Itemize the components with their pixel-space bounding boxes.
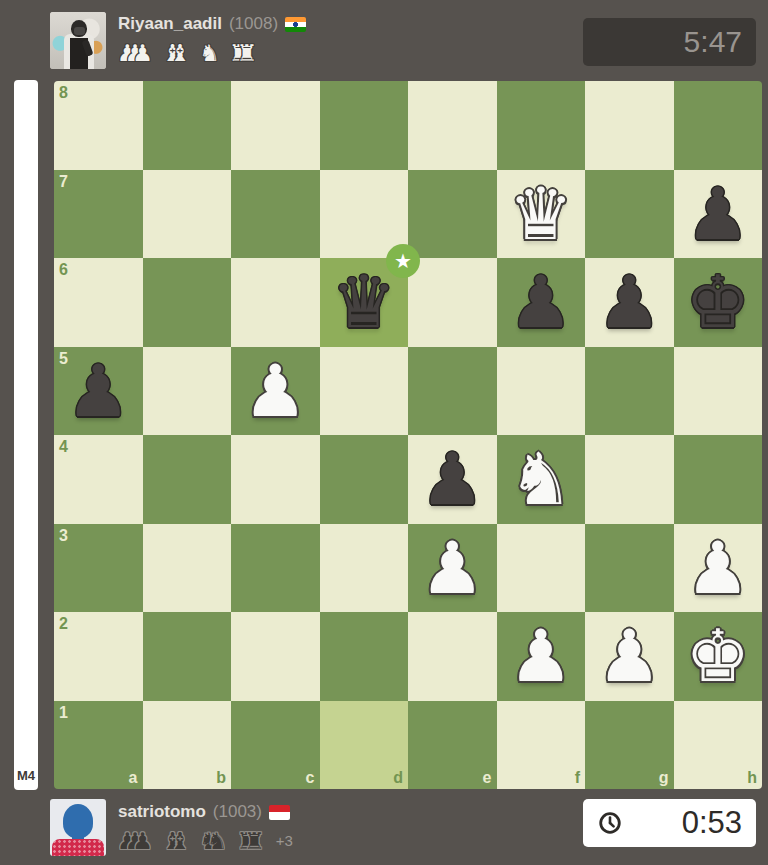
square-g4[interactable] — [585, 435, 674, 524]
avatar-shirt — [52, 839, 104, 856]
captured-knight-group: ♞♞ — [199, 828, 227, 854]
square-c3[interactable] — [231, 524, 320, 613]
square-d8[interactable] — [320, 81, 409, 170]
rank-label-6: 6 — [59, 261, 68, 279]
square-e2[interactable] — [408, 612, 497, 701]
square-b2[interactable] — [143, 612, 232, 701]
top-clock-time: 5:47 — [684, 25, 742, 59]
square-f6[interactable]: ♟ — [497, 258, 586, 347]
square-a2[interactable]: 2 — [54, 612, 143, 701]
square-a3[interactable]: 3 — [54, 524, 143, 613]
square-f7[interactable]: ♛ — [497, 170, 586, 259]
square-b6[interactable] — [143, 258, 232, 347]
avatar-photo-mask — [74, 27, 85, 35]
square-g6[interactable]: ♟ — [585, 258, 674, 347]
square-h1[interactable]: h — [674, 701, 763, 790]
square-d6[interactable]: ♛★ — [320, 258, 409, 347]
square-d5[interactable] — [320, 347, 409, 436]
square-e7[interactable] — [408, 170, 497, 259]
square-d4[interactable] — [320, 435, 409, 524]
rank-label-4: 4 — [59, 438, 68, 456]
captured-bishop-icon: ♝ — [170, 828, 191, 854]
bottom-player-name-row: satriotomo (1003) — [118, 801, 290, 823]
bottom-player-name[interactable]: satriotomo — [118, 802, 206, 822]
bottom-player-avatar[interactable] — [50, 799, 106, 856]
square-e5[interactable] — [408, 347, 497, 436]
square-f2[interactable]: ♟ — [497, 612, 586, 701]
rank-label-2: 2 — [59, 615, 68, 633]
black-pawn[interactable]: ♟ — [585, 258, 674, 347]
captured-rook-group: ♜♜ — [229, 40, 257, 66]
file-label-f: f — [575, 769, 580, 787]
captured-knight-icon: ♞ — [199, 40, 220, 66]
square-f3[interactable] — [497, 524, 586, 613]
square-b4[interactable] — [143, 435, 232, 524]
square-a8[interactable]: 8 — [54, 81, 143, 170]
evaluation-bar: M4 — [14, 80, 38, 790]
square-h2[interactable]: ♚ — [674, 612, 763, 701]
square-f1[interactable]: f — [497, 701, 586, 790]
captured-rook-icon: ♜ — [236, 40, 257, 66]
white-knight[interactable]: ♞ — [497, 435, 586, 524]
square-a6[interactable]: 6 — [54, 258, 143, 347]
bottom-player-captured-pieces: ♟♟♟♝♝♞♞♜♜+3 — [117, 826, 293, 854]
square-d2[interactable] — [320, 612, 409, 701]
top-player-name[interactable]: Riyaan_aadil — [118, 14, 222, 34]
white-queen[interactable]: ♛ — [497, 170, 586, 259]
square-c5[interactable]: ♟ — [231, 347, 320, 436]
file-label-g: g — [659, 769, 669, 787]
square-g7[interactable] — [585, 170, 674, 259]
captured-knight-icon: ♞ — [207, 828, 228, 854]
square-g1[interactable]: g — [585, 701, 674, 790]
square-h8[interactable] — [674, 81, 763, 170]
rank-label-7: 7 — [59, 173, 68, 191]
captured-knight-group: ♞ — [199, 40, 220, 66]
square-f5[interactable] — [497, 347, 586, 436]
top-player-captured-pieces: ♟♟♟♝♝♞♜♜ — [117, 38, 266, 66]
square-h6[interactable]: ♚ — [674, 258, 763, 347]
bottom-player-rating: (1003) — [213, 802, 262, 822]
square-a1[interactable]: 1a — [54, 701, 143, 790]
bottom-player-clock: 0:53 — [583, 799, 756, 847]
square-e3[interactable]: ♟ — [408, 524, 497, 613]
square-h7[interactable]: ♟ — [674, 170, 763, 259]
square-d3[interactable] — [320, 524, 409, 613]
file-label-d: d — [393, 769, 403, 787]
evaluation-label: M4 — [14, 768, 38, 783]
file-label-c: c — [306, 769, 315, 787]
captured-pawn-icon: ♟ — [132, 40, 153, 66]
square-e1[interactable]: e — [408, 701, 497, 790]
file-label-b: b — [216, 769, 226, 787]
clock-icon — [597, 810, 623, 836]
square-g8[interactable] — [585, 81, 674, 170]
white-pawn[interactable]: ♟ — [674, 524, 763, 613]
square-h5[interactable] — [674, 347, 763, 436]
square-h4[interactable] — [674, 435, 763, 524]
captured-bishop-group: ♝♝ — [162, 40, 190, 66]
rank-label-3: 3 — [59, 527, 68, 545]
square-c4[interactable] — [231, 435, 320, 524]
captured-rook-group: ♜♜ — [236, 828, 264, 854]
square-c1[interactable]: c — [231, 701, 320, 790]
square-g2[interactable]: ♟ — [585, 612, 674, 701]
black-pawn[interactable]: ♟ — [54, 347, 143, 436]
black-king[interactable]: ♚ — [674, 258, 763, 347]
captured-pawn-group: ♟♟♟ — [117, 40, 153, 66]
bottom-clock-time: 0:53 — [682, 805, 742, 841]
square-g5[interactable] — [585, 347, 674, 436]
square-f8[interactable] — [497, 81, 586, 170]
chess-board[interactable]: 87♛♟6♛★♟♟♚5♟♟4♟♞3♟♟2♟♟♚1abcdefgh — [54, 81, 762, 789]
square-e6[interactable] — [408, 258, 497, 347]
square-c7[interactable] — [231, 170, 320, 259]
rank-label-1: 1 — [59, 704, 68, 722]
square-b5[interactable] — [143, 347, 232, 436]
black-pawn[interactable]: ♟ — [408, 435, 497, 524]
square-a5[interactable]: 5♟ — [54, 347, 143, 436]
square-a4[interactable]: 4 — [54, 435, 143, 524]
square-h3[interactable]: ♟ — [674, 524, 763, 613]
black-pawn[interactable]: ♟ — [674, 170, 763, 259]
square-g3[interactable] — [585, 524, 674, 613]
square-b7[interactable] — [143, 170, 232, 259]
top-player-name-row: Riyaan_aadil (1008) — [118, 13, 306, 35]
captured-rook-icon: ♜ — [244, 828, 265, 854]
top-player-rating: (1008) — [229, 14, 278, 34]
game-screen: Riyaan_aadil (1008) ♟♟♟♝♝♞♜♜ 5:47 M4 87♛… — [0, 0, 768, 865]
file-label-e: e — [483, 769, 492, 787]
square-b8[interactable] — [143, 81, 232, 170]
square-b3[interactable] — [143, 524, 232, 613]
black-pawn[interactable]: ♟ — [497, 258, 586, 347]
material-advantage: +3 — [276, 828, 293, 854]
indonesia-flag-icon — [269, 805, 290, 820]
square-d1[interactable]: d — [320, 701, 409, 790]
rank-label-8: 8 — [59, 84, 68, 102]
top-player-avatar[interactable] — [50, 12, 106, 69]
square-c2[interactable] — [231, 612, 320, 701]
best-move-star-icon: ★ — [386, 244, 420, 278]
square-b1[interactable]: b — [143, 701, 232, 790]
captured-pawn-group: ♟♟♟ — [117, 828, 153, 854]
file-label-a: a — [129, 769, 138, 787]
file-label-h: h — [747, 769, 757, 787]
india-flag-icon — [285, 17, 306, 32]
square-a7[interactable]: 7 — [54, 170, 143, 259]
white-pawn[interactable]: ♟ — [231, 347, 320, 436]
captured-bishop-icon: ♝ — [170, 40, 191, 66]
white-king[interactable]: ♚ — [674, 612, 763, 701]
white-pawn[interactable]: ♟ — [408, 524, 497, 613]
captured-pawn-icon: ♟ — [132, 828, 153, 854]
square-e8[interactable] — [408, 81, 497, 170]
white-pawn[interactable]: ♟ — [585, 612, 674, 701]
white-pawn[interactable]: ♟ — [497, 612, 586, 701]
captured-bishop-group: ♝♝ — [162, 828, 190, 854]
square-f4[interactable]: ♞ — [497, 435, 586, 524]
top-player-clock: 5:47 — [583, 18, 756, 66]
square-c8[interactable] — [231, 81, 320, 170]
square-e4[interactable]: ♟ — [408, 435, 497, 524]
square-c6[interactable] — [231, 258, 320, 347]
